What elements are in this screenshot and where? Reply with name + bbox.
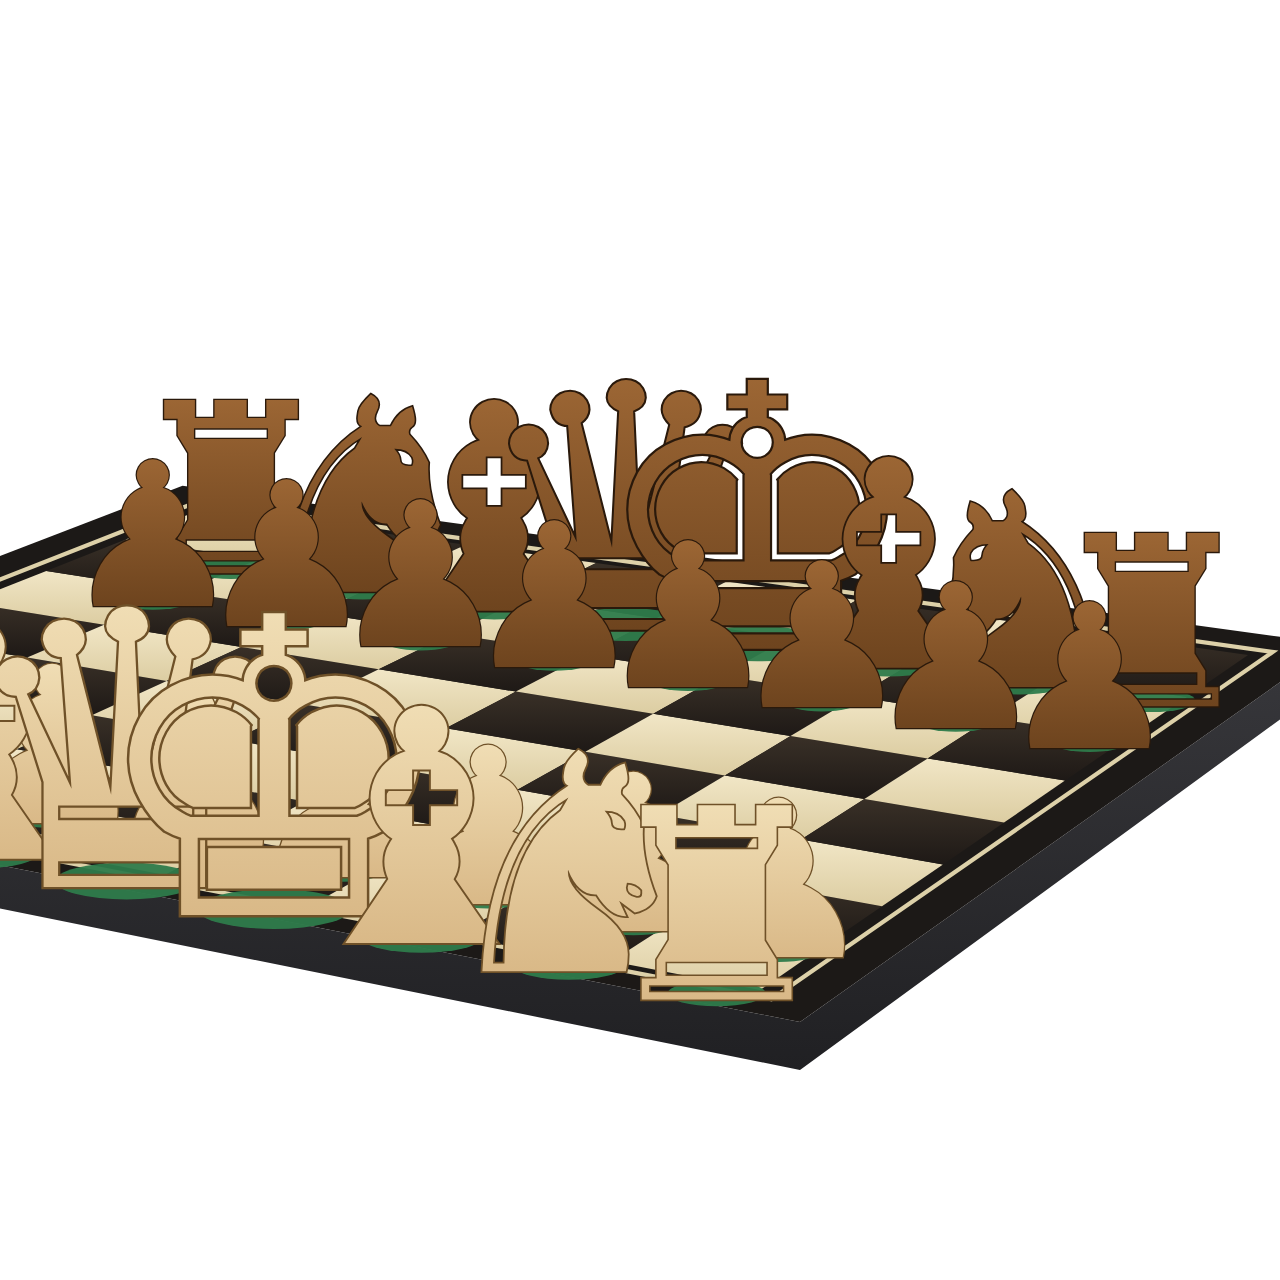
piece-white-rook-h1[interactable]: ♜ <box>597 752 835 1062</box>
piece-brown-pawn-h7[interactable]: ♟ <box>999 561 1179 795</box>
brown-pawn-glyph: ♟ <box>999 561 1179 795</box>
chessboard-svg: ♜♞♟♝♟♛♟♚♟♝♟♞♜♟♟♟♟♟♜♟♞♟♝♟♛♟♚♟♝♟♞♜ <box>0 0 1280 1280</box>
white-rook-glyph: ♜ <box>597 752 835 1062</box>
chess-set-photo: ♜♞♟♝♟♛♟♚♟♝♟♞♜♟♟♟♟♟♜♟♞♟♝♟♛♟♚♟♝♟♞♜ <box>0 0 1280 1280</box>
